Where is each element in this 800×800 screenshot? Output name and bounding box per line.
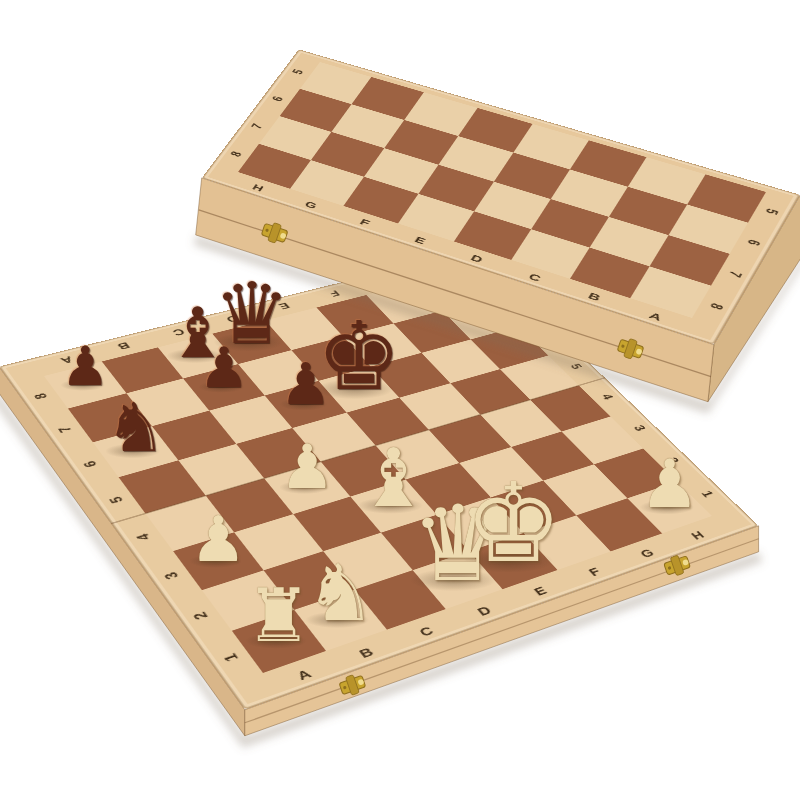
box-latch-right [616,336,645,362]
board-latch-left [338,672,367,698]
chess-set-photo: AA11BB22CC33DD44EE55FF66GG77HH88 HGFEDCB… [0,0,800,800]
box-latch-left [260,220,289,246]
